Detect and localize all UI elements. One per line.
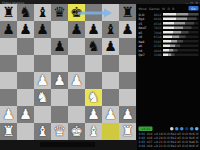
square-h3[interactable] <box>119 89 136 106</box>
engine-log-line: 0:04d18 +0.21 O-O Be2 e5 O-O Nc6 d5 Ne7 <box>139 144 199 148</box>
square-h7[interactable]: ♟ <box>119 21 136 38</box>
column-header: B <box>172 6 174 10</box>
log-text: d18 +0.21 O-O Be2 e5 O-O Nc6 d5 Ne7 <box>147 144 199 148</box>
square-e7[interactable]: ♟ <box>68 21 85 38</box>
black-bishop: ♝ <box>104 21 117 38</box>
black-wins-segment <box>187 18 196 21</box>
square-h1[interactable]: ♜ <box>119 123 136 140</box>
square-h5[interactable] <box>119 55 136 72</box>
result-bar <box>163 31 199 34</box>
result-bar <box>163 22 199 25</box>
black-wins-segment <box>177 40 183 43</box>
black-pawn: ♟ <box>53 38 66 55</box>
black-king: ♚ <box>70 4 83 21</box>
result-bar <box>163 49 199 52</box>
games-count: 3208 <box>150 53 164 57</box>
draw-segment <box>173 36 180 39</box>
log-time: 0:04 <box>139 144 146 148</box>
square-f2[interactable]: ♟ <box>85 106 102 123</box>
square-f7[interactable]: ♟ <box>85 21 102 38</box>
white-pawn: ♟ <box>2 106 15 123</box>
black-wins-segment <box>181 31 188 34</box>
white-wins-segment <box>163 27 175 30</box>
nav-dot[interactable] <box>170 127 174 131</box>
status-row: +0.21 <box>139 125 199 132</box>
games-count: 9204 <box>150 17 164 21</box>
square-h2[interactable]: ♟ <box>119 106 136 123</box>
white-knight: ♞ <box>87 89 100 106</box>
white-king: ♚ <box>70 123 83 140</box>
draw-segment <box>175 27 184 30</box>
black-wins-segment <box>183 27 191 30</box>
games-count: 6318 <box>150 35 164 39</box>
result-bar <box>163 36 199 39</box>
white-queen: ♛ <box>53 123 66 140</box>
square-a7[interactable]: ♟ <box>0 21 17 38</box>
column-header: D <box>168 6 170 10</box>
black-wins-segment <box>179 36 185 39</box>
white-pawn: ♟ <box>70 72 83 89</box>
square-g6[interactable]: ♟ <box>102 38 119 55</box>
square-e2[interactable] <box>68 106 85 123</box>
square-g3[interactable] <box>102 89 119 106</box>
square-e8[interactable]: ♚ <box>68 4 85 21</box>
white-pawn: ♟ <box>36 72 49 89</box>
nav-dot[interactable] <box>180 127 184 131</box>
move-label: c5 <box>139 22 150 26</box>
nav-dot[interactable] <box>175 127 179 131</box>
square-h4[interactable] <box>119 72 136 89</box>
square-g8[interactable] <box>102 4 119 21</box>
games-count: 4016 <box>150 49 164 53</box>
square-b1[interactable] <box>17 123 34 140</box>
square-d3[interactable] <box>51 89 68 106</box>
square-b6[interactable] <box>17 38 34 55</box>
white-knight: ♞ <box>36 89 49 106</box>
white-pawn: ♟ <box>87 106 100 123</box>
square-f6[interactable]: ♞ <box>85 38 102 55</box>
square-b3[interactable] <box>17 89 34 106</box>
square-d7[interactable] <box>51 21 68 38</box>
chess-board: ♜♞♝♛♚♜♟♟♟♟♟♝♟♟♞♟♟♟♟♞♞♟♟♟♟♟♜♝♛♚♝♜ <box>0 4 136 140</box>
black-pawn: ♟ <box>70 21 83 38</box>
move-label: a6 <box>139 44 150 48</box>
white-wins-segment <box>163 31 173 34</box>
column-header: Move <box>139 6 147 10</box>
games-count: 8516 <box>150 22 164 26</box>
square-e5[interactable] <box>68 55 85 72</box>
square-g4[interactable] <box>102 72 119 89</box>
result-bar <box>163 54 199 57</box>
result-bar <box>163 13 199 16</box>
move-label: O-O <box>139 13 150 17</box>
square-c5[interactable] <box>34 55 51 72</box>
square-e6[interactable] <box>68 38 85 55</box>
nav-dot[interactable] <box>195 127 199 131</box>
move-label: Bg4 <box>139 17 150 21</box>
white-pawn: ♟ <box>121 106 134 123</box>
white-bishop: ♝ <box>36 123 49 140</box>
white-pawn: ♟ <box>104 106 117 123</box>
black-pawn: ♟ <box>121 21 134 38</box>
column-header: Games <box>149 6 160 10</box>
square-f5[interactable] <box>85 55 102 72</box>
square-a2[interactable]: ♟ <box>0 106 17 123</box>
draw-segment <box>174 22 185 25</box>
move-label: h6 <box>139 49 150 53</box>
black-pawn: ♟ <box>104 38 117 55</box>
square-b5[interactable] <box>17 55 34 72</box>
draw-segment <box>176 18 187 21</box>
engine-log: 0:01d14 +0.18 O-O Be2 e5 O-O Nc6 d50:02d… <box>139 132 199 149</box>
bottom-strip <box>0 140 137 150</box>
draw-segment <box>173 31 181 34</box>
games-count: 7833 <box>150 26 164 30</box>
bottom-strip-bar <box>40 142 95 147</box>
square-f8[interactable] <box>85 4 102 21</box>
black-rook: ♜ <box>2 4 15 21</box>
move-label: c6 <box>139 35 150 39</box>
square-c3[interactable]: ♞ <box>34 89 51 106</box>
black-pawn: ♟ <box>87 21 100 38</box>
square-b8[interactable]: ♞ <box>17 4 34 21</box>
nav-dot[interactable] <box>185 127 189 131</box>
square-e1[interactable]: ♚ <box>68 123 85 140</box>
black-wins-segment <box>189 13 199 16</box>
square-b7[interactable]: ♟ <box>17 21 34 38</box>
games-count: 5507 <box>150 40 164 44</box>
square-g1[interactable] <box>102 123 119 140</box>
games-count: 7040 <box>150 31 164 35</box>
square-g2[interactable]: ♟ <box>102 106 119 123</box>
move-label: Qe7 <box>139 53 150 57</box>
analysis-panel: MoveGamesWDBGo O-O9812Bg49204c58516Nbd77… <box>137 4 200 150</box>
go-button[interactable]: Go <box>188 6 198 11</box>
square-c4[interactable]: ♟ <box>34 72 51 89</box>
black-knight: ♞ <box>19 4 32 21</box>
square-b4[interactable] <box>17 72 34 89</box>
white-wins-segment <box>163 13 176 16</box>
square-c6[interactable] <box>34 38 51 55</box>
games-count: 4722 <box>150 44 164 48</box>
games-count: 9812 <box>150 13 164 17</box>
square-e4[interactable]: ♟ <box>68 72 85 89</box>
black-pawn: ♟ <box>36 21 49 38</box>
square-c8[interactable]: ♝ <box>34 4 51 21</box>
white-pawn: ♟ <box>19 106 32 123</box>
square-d8[interactable]: ♛ <box>51 4 68 21</box>
nav-dot[interactable] <box>190 127 194 131</box>
black-wins-segment <box>173 49 177 52</box>
white-wins-segment <box>163 45 170 48</box>
black-pawn: ♟ <box>19 21 32 38</box>
eval-badge: +0.21 <box>139 126 153 131</box>
move-label: e5 <box>139 31 150 35</box>
column-header: W <box>162 6 165 10</box>
chess-app-window: Chess Analysis ‒ ▢ ✕ ♜♞♝♛♚♜♟♟♟♟♟♝♟♟♞♟♟♟♟… <box>0 0 200 150</box>
panel-toolbar: MoveGamesWDBGo <box>139 5 199 11</box>
nav-dots <box>170 127 199 131</box>
draw-segment <box>176 13 188 16</box>
square-d2[interactable] <box>51 106 68 123</box>
square-a4[interactable] <box>0 72 17 89</box>
square-a6[interactable] <box>0 38 17 55</box>
square-h8[interactable]: ♜ <box>119 4 136 21</box>
black-queen: ♛ <box>53 4 66 21</box>
white-rook: ♜ <box>2 123 15 140</box>
square-f3[interactable]: ♞ <box>85 89 102 106</box>
square-g5[interactable] <box>102 55 119 72</box>
white-wins-segment <box>163 22 174 25</box>
move-label: Na6 <box>139 40 150 44</box>
square-a5[interactable] <box>0 55 17 72</box>
black-knight: ♞ <box>87 38 100 55</box>
square-c2[interactable] <box>34 106 51 123</box>
black-wins-segment <box>172 54 175 57</box>
result-bar <box>163 40 199 43</box>
square-h6[interactable] <box>119 38 136 55</box>
square-g7[interactable]: ♝ <box>102 21 119 38</box>
white-wins-segment <box>163 40 171 43</box>
square-c7[interactable]: ♟ <box>34 21 51 38</box>
square-b2[interactable]: ♟ <box>17 106 34 123</box>
square-d4[interactable]: ♟ <box>51 72 68 89</box>
white-pawn: ♟ <box>53 72 66 89</box>
square-d6[interactable]: ♟ <box>51 38 68 55</box>
white-rook: ♜ <box>121 123 134 140</box>
move-row[interactable]: Qe73208 <box>139 53 199 58</box>
square-d5[interactable] <box>51 55 68 72</box>
square-c1[interactable]: ♝ <box>34 123 51 140</box>
candidate-move-list: O-O9812Bg49204c58516Nbd77833e57040c66318… <box>139 12 199 57</box>
result-bar <box>163 27 199 30</box>
square-a8[interactable]: ♜ <box>0 4 17 21</box>
move-label: Nbd7 <box>139 26 150 30</box>
square-f4[interactable] <box>85 72 102 89</box>
result-bar <box>163 45 199 48</box>
black-pawn: ♟ <box>2 21 15 38</box>
white-bishop: ♝ <box>87 123 100 140</box>
square-a3[interactable] <box>0 89 17 106</box>
result-bar <box>163 18 199 21</box>
black-bishop: ♝ <box>36 4 49 21</box>
square-e3[interactable] <box>68 89 85 106</box>
black-wins-segment <box>185 22 194 25</box>
square-f1[interactable]: ♝ <box>85 123 102 140</box>
white-wins-segment <box>163 18 176 21</box>
white-wins-segment <box>163 36 173 39</box>
square-a1[interactable]: ♜ <box>0 123 17 140</box>
square-d1[interactable]: ♛ <box>51 123 68 140</box>
black-rook: ♜ <box>121 4 134 21</box>
black-wins-segment <box>175 45 180 48</box>
